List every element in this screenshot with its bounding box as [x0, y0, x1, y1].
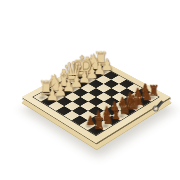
white-pawn[interactable]: ♟	[46, 87, 57, 103]
black-rook[interactable]: ♜	[93, 117, 105, 132]
board-grid: ♜♞♝♛♚♝♞♜♟♟♟♟♟♟♟♟♟♟♟♟♟♟♟♟♜♞♝♛♚♝♞♜	[32, 63, 159, 136]
product-photo-scene: ♜♞♝♛♚♝♞♜♟♟♟♟♟♟♟♟♟♟♟♟♟♟♟♟♜♞♝♛♚♝♞♜	[0, 0, 180, 180]
chess-board: ♜♞♝♛♚♝♞♜♟♟♟♟♟♟♟♟♟♟♟♟♟♟♟♟♜♞♝♛♚♝♞♜	[21, 57, 170, 143]
